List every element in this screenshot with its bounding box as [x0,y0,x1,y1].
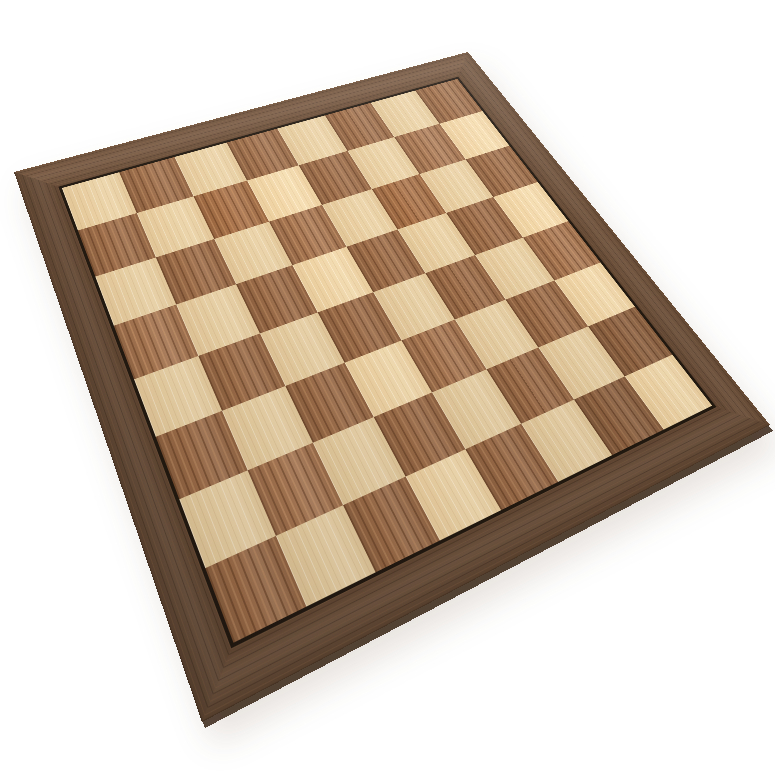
board-shadow-wrap [0,0,775,775]
product-photo [0,0,775,775]
chessboard [14,52,770,722]
